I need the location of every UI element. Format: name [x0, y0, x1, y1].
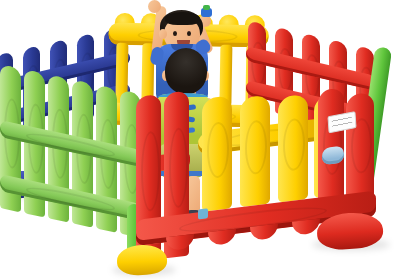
- toy-in-hand-top: [203, 5, 210, 10]
- gate-scallop: [208, 229, 236, 246]
- gate-scallop: [250, 224, 278, 241]
- fence-panel-green-front-left: [0, 56, 142, 244]
- standing-child-left-hand: [148, 0, 161, 13]
- gate-yellow-picket: [278, 94, 308, 203]
- gate-red-picket-right: [346, 92, 374, 207]
- gate-yellow-picket: [202, 95, 232, 212]
- rail-clip-lower: [198, 208, 208, 219]
- standing-child-eye-left: [173, 31, 177, 36]
- standing-child-ear: [159, 29, 167, 39]
- standing-child-fringe: [165, 12, 200, 25]
- playpen-photo-scene: [0, 0, 400, 280]
- standing-child-eye-right: [187, 31, 191, 36]
- gate-scallop: [292, 218, 320, 235]
- foreground-child-hair: [165, 48, 207, 94]
- gate-yellow-picket: [240, 95, 270, 208]
- front-foot-yellow: [116, 244, 167, 276]
